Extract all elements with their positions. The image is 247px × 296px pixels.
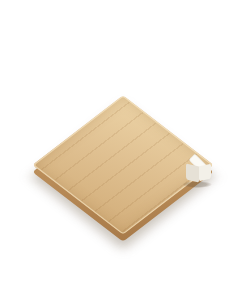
- die-face-right: [199, 163, 211, 181]
- die-face-front: [186, 163, 199, 182]
- product-photo: [0, 0, 247, 296]
- die: [184, 156, 212, 186]
